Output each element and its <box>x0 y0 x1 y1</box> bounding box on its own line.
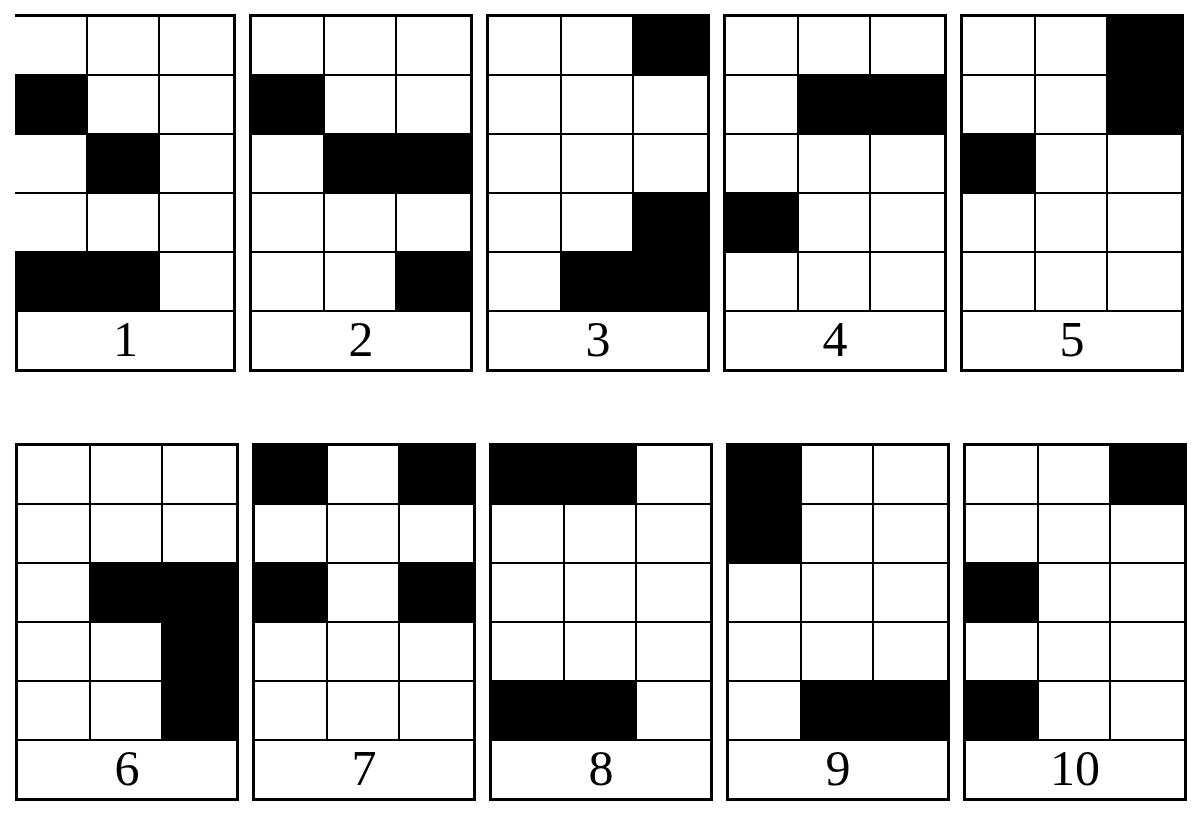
board-3-label-row: 3 <box>489 312 707 369</box>
empty-cell <box>729 682 802 741</box>
empty-cell <box>1039 446 1112 505</box>
filled-cell <box>163 623 236 682</box>
empty-cell <box>1039 623 1112 682</box>
empty-cell <box>637 446 710 505</box>
filled-cell <box>88 253 161 312</box>
filled-cell <box>871 76 944 135</box>
filled-cell <box>963 135 1036 194</box>
empty-cell <box>802 446 875 505</box>
filled-cell <box>634 194 707 253</box>
filled-cell <box>255 564 328 623</box>
empty-cell <box>91 505 164 564</box>
filled-cell <box>565 446 638 505</box>
empty-cell <box>871 194 944 253</box>
empty-cell <box>871 253 944 312</box>
empty-cell <box>874 623 947 682</box>
empty-cell <box>963 253 1036 312</box>
filled-cell <box>15 253 88 312</box>
filled-cell <box>729 446 802 505</box>
board-row-top: 1 2 3 4 5 <box>15 14 1192 372</box>
empty-cell <box>963 17 1036 76</box>
filled-cell <box>397 135 470 194</box>
filled-cell <box>400 446 473 505</box>
filled-cell <box>799 76 872 135</box>
filled-cell <box>88 135 161 194</box>
empty-cell <box>1036 253 1109 312</box>
board-label: 2 <box>349 314 374 364</box>
empty-cell <box>88 194 161 253</box>
empty-cell <box>397 194 470 253</box>
empty-cell <box>729 564 802 623</box>
empty-cell <box>252 253 325 312</box>
empty-cell <box>88 17 161 76</box>
board-label: 1 <box>113 314 138 364</box>
filled-cell <box>802 682 875 741</box>
filled-cell <box>1111 446 1184 505</box>
empty-cell <box>634 135 707 194</box>
empty-cell <box>328 505 401 564</box>
empty-cell <box>1039 682 1112 741</box>
empty-cell <box>18 564 91 623</box>
board-10-grid <box>966 446 1184 741</box>
empty-cell <box>160 253 233 312</box>
empty-cell <box>1036 135 1109 194</box>
empty-cell <box>489 17 562 76</box>
board-7-label-row: 7 <box>255 741 473 798</box>
empty-cell <box>15 135 88 194</box>
board-4: 4 <box>723 14 947 372</box>
board-8-label-row: 8 <box>492 741 710 798</box>
empty-cell <box>325 253 398 312</box>
filled-cell <box>492 682 565 741</box>
empty-cell <box>489 253 562 312</box>
board-row-bottom: 6 7 8 9 10 <box>15 443 1192 801</box>
board-label: 5 <box>1060 314 1085 364</box>
empty-cell <box>799 17 872 76</box>
empty-cell <box>18 623 91 682</box>
empty-cell <box>966 446 1039 505</box>
filled-cell <box>634 253 707 312</box>
board-label: 4 <box>823 314 848 364</box>
board-6-grid <box>18 446 236 741</box>
board-8: 8 <box>489 443 713 801</box>
filled-cell <box>966 564 1039 623</box>
empty-cell <box>565 505 638 564</box>
empty-cell <box>637 682 710 741</box>
puzzle-sheet: 1 2 3 4 5 <box>0 0 1200 822</box>
empty-cell <box>91 623 164 682</box>
empty-cell <box>874 564 947 623</box>
empty-cell <box>637 623 710 682</box>
filled-cell <box>15 76 88 135</box>
empty-cell <box>874 505 947 564</box>
empty-cell <box>963 76 1036 135</box>
empty-cell <box>799 253 872 312</box>
empty-cell <box>1111 564 1184 623</box>
empty-cell <box>91 682 164 741</box>
board-5: 5 <box>960 14 1184 372</box>
empty-cell <box>400 505 473 564</box>
board-9-label-row: 9 <box>729 741 947 798</box>
empty-cell <box>562 135 635 194</box>
empty-cell <box>966 623 1039 682</box>
board-9-grid <box>729 446 947 741</box>
empty-cell <box>400 623 473 682</box>
board-5-grid <box>963 17 1181 312</box>
empty-cell <box>963 194 1036 253</box>
board-7: 7 <box>252 443 476 801</box>
empty-cell <box>1111 682 1184 741</box>
empty-cell <box>397 17 470 76</box>
empty-cell <box>799 135 872 194</box>
empty-cell <box>637 564 710 623</box>
filled-cell <box>562 253 635 312</box>
empty-cell <box>874 446 947 505</box>
board-label: 10 <box>1050 743 1100 793</box>
filled-cell <box>163 682 236 741</box>
empty-cell <box>1036 76 1109 135</box>
board-4-grid <box>726 17 944 312</box>
empty-cell <box>328 446 401 505</box>
board-1-label-row: 1 <box>15 312 233 369</box>
empty-cell <box>18 682 91 741</box>
board-10: 10 <box>963 443 1187 801</box>
empty-cell <box>492 564 565 623</box>
empty-cell <box>565 623 638 682</box>
filled-cell <box>252 76 325 135</box>
board-label: 7 <box>352 743 377 793</box>
empty-cell <box>328 623 401 682</box>
board-2: 2 <box>249 14 473 372</box>
board-5-label-row: 5 <box>963 312 1181 369</box>
board-label: 3 <box>586 314 611 364</box>
empty-cell <box>489 135 562 194</box>
filled-cell <box>397 253 470 312</box>
empty-cell <box>729 623 802 682</box>
empty-cell <box>255 682 328 741</box>
empty-cell <box>492 505 565 564</box>
board-1-grid <box>15 17 233 312</box>
empty-cell <box>325 76 398 135</box>
filled-cell <box>1108 17 1181 76</box>
empty-cell <box>966 505 1039 564</box>
empty-cell <box>871 17 944 76</box>
filled-cell <box>874 682 947 741</box>
empty-cell <box>1111 505 1184 564</box>
empty-cell <box>565 564 638 623</box>
empty-cell <box>328 564 401 623</box>
filled-cell <box>565 682 638 741</box>
board-3-grid <box>489 17 707 312</box>
empty-cell <box>1108 194 1181 253</box>
empty-cell <box>871 135 944 194</box>
empty-cell <box>252 135 325 194</box>
empty-cell <box>489 194 562 253</box>
empty-cell <box>325 17 398 76</box>
board-label: 6 <box>115 743 140 793</box>
empty-cell <box>15 194 88 253</box>
empty-cell <box>252 194 325 253</box>
empty-cell <box>325 194 398 253</box>
empty-cell <box>634 76 707 135</box>
empty-cell <box>328 682 401 741</box>
empty-cell <box>397 76 470 135</box>
empty-cell <box>163 505 236 564</box>
board-4-label-row: 4 <box>726 312 944 369</box>
board-9: 9 <box>726 443 950 801</box>
empty-cell <box>160 17 233 76</box>
empty-cell <box>18 446 91 505</box>
empty-cell <box>637 505 710 564</box>
filled-cell <box>634 17 707 76</box>
empty-cell <box>160 135 233 194</box>
empty-cell <box>1039 564 1112 623</box>
empty-cell <box>1036 194 1109 253</box>
board-label: 8 <box>589 743 614 793</box>
board-3: 3 <box>486 14 710 372</box>
filled-cell <box>163 564 236 623</box>
filled-cell <box>726 194 799 253</box>
empty-cell <box>726 135 799 194</box>
empty-cell <box>1108 135 1181 194</box>
empty-cell <box>726 76 799 135</box>
empty-cell <box>91 446 164 505</box>
empty-cell <box>255 505 328 564</box>
filled-cell <box>492 446 565 505</box>
filled-cell <box>255 446 328 505</box>
empty-cell <box>489 76 562 135</box>
empty-cell <box>400 682 473 741</box>
empty-cell <box>1108 253 1181 312</box>
board-6-label-row: 6 <box>18 741 236 798</box>
empty-cell <box>1111 623 1184 682</box>
filled-cell <box>1108 76 1181 135</box>
empty-cell <box>1039 505 1112 564</box>
empty-cell <box>160 76 233 135</box>
empty-cell <box>562 194 635 253</box>
filled-cell <box>966 682 1039 741</box>
empty-cell <box>726 17 799 76</box>
empty-cell <box>562 17 635 76</box>
board-8-grid <box>492 446 710 741</box>
empty-cell <box>562 76 635 135</box>
board-label: 9 <box>826 743 851 793</box>
empty-cell <box>18 505 91 564</box>
board-7-grid <box>255 446 473 741</box>
filled-cell <box>325 135 398 194</box>
filled-cell <box>91 564 164 623</box>
empty-cell <box>15 17 88 76</box>
empty-cell <box>252 17 325 76</box>
empty-cell <box>726 253 799 312</box>
empty-cell <box>802 623 875 682</box>
board-2-label-row: 2 <box>252 312 470 369</box>
board-1: 1 <box>15 14 236 372</box>
filled-cell <box>729 505 802 564</box>
board-6: 6 <box>15 443 239 801</box>
empty-cell <box>160 194 233 253</box>
board-2-grid <box>252 17 470 312</box>
board-10-label-row: 10 <box>966 741 1184 798</box>
empty-cell <box>799 194 872 253</box>
empty-cell <box>492 623 565 682</box>
empty-cell <box>163 446 236 505</box>
empty-cell <box>88 76 161 135</box>
empty-cell <box>802 505 875 564</box>
empty-cell <box>1036 17 1109 76</box>
filled-cell <box>400 564 473 623</box>
empty-cell <box>802 564 875 623</box>
empty-cell <box>255 623 328 682</box>
